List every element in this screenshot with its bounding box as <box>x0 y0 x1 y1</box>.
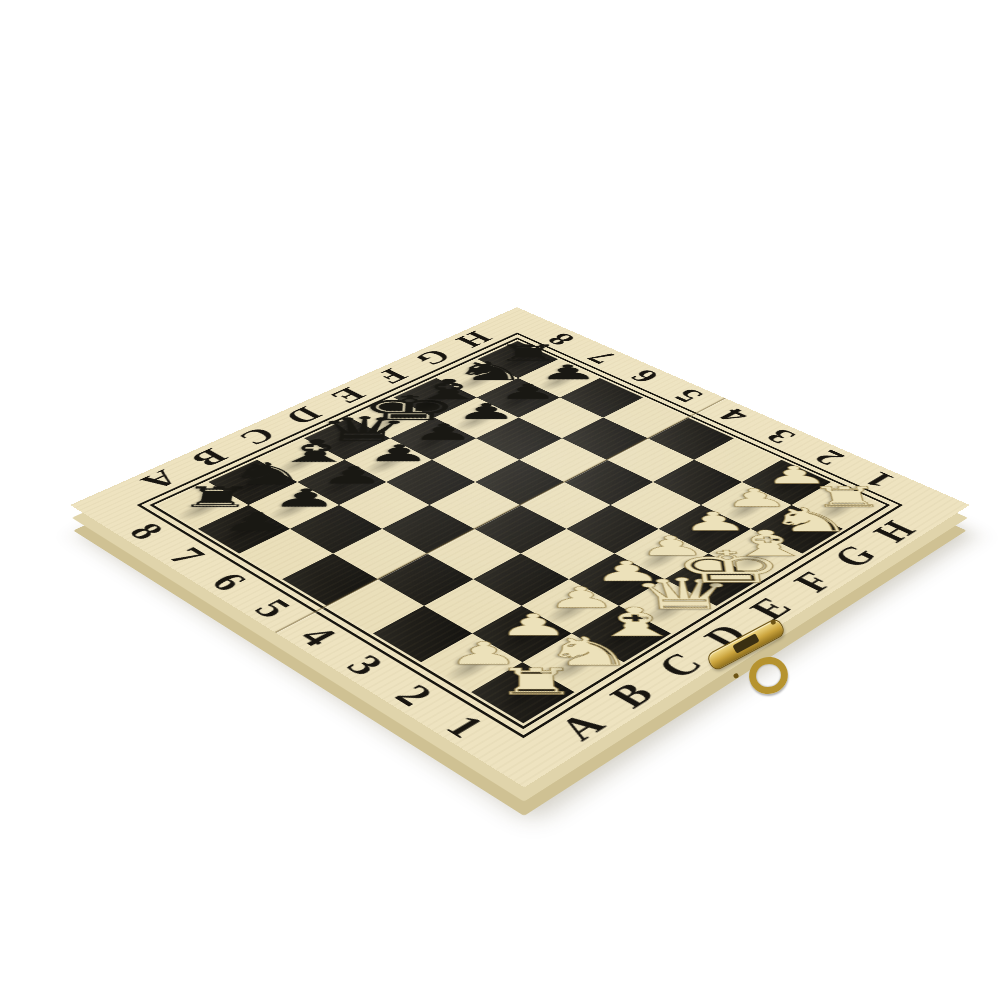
latch-screw-icon <box>733 672 740 679</box>
rank-label-left-7: 7 <box>161 543 211 569</box>
rank-label-right-5: 5 <box>668 385 710 405</box>
file-label-far-b: B <box>185 445 234 470</box>
file-label-far-h: H <box>449 328 497 350</box>
chess-set-photo: AABBCCDDEEFFGGHH1122334455667788 ♜♞♝♛♚♝♞… <box>0 0 1000 1000</box>
file-label-far-a: A <box>134 466 185 493</box>
rank-label-right-4: 4 <box>713 405 755 426</box>
rank-label-right-6: 6 <box>624 366 665 386</box>
rank-label-left-5: 5 <box>246 595 298 623</box>
latch-ring <box>745 653 792 699</box>
latch-screw-icon <box>770 619 777 626</box>
rank-label-right-3: 3 <box>760 425 803 447</box>
folding-chess-box: AABBCCDDEEFFGGHH1122334455667788 ♜♞♝♛♚♝♞… <box>70 307 969 787</box>
rank-label-left-4: 4 <box>291 622 344 651</box>
rank-label-left-2: 2 <box>387 680 441 712</box>
file-label-far-g: G <box>409 346 458 369</box>
rank-label-left-1: 1 <box>437 710 492 743</box>
rank-label-left-3: 3 <box>338 650 391 680</box>
brass-latch-icon <box>700 613 830 718</box>
rank-label-left-8: 8 <box>121 519 171 544</box>
rank-label-left-6: 6 <box>203 569 254 596</box>
file-label-far-f: F <box>369 365 414 386</box>
chess-board: AABBCCDDEEFFGGHH1122334455667788 ♜♞♝♛♚♝♞… <box>70 307 969 787</box>
